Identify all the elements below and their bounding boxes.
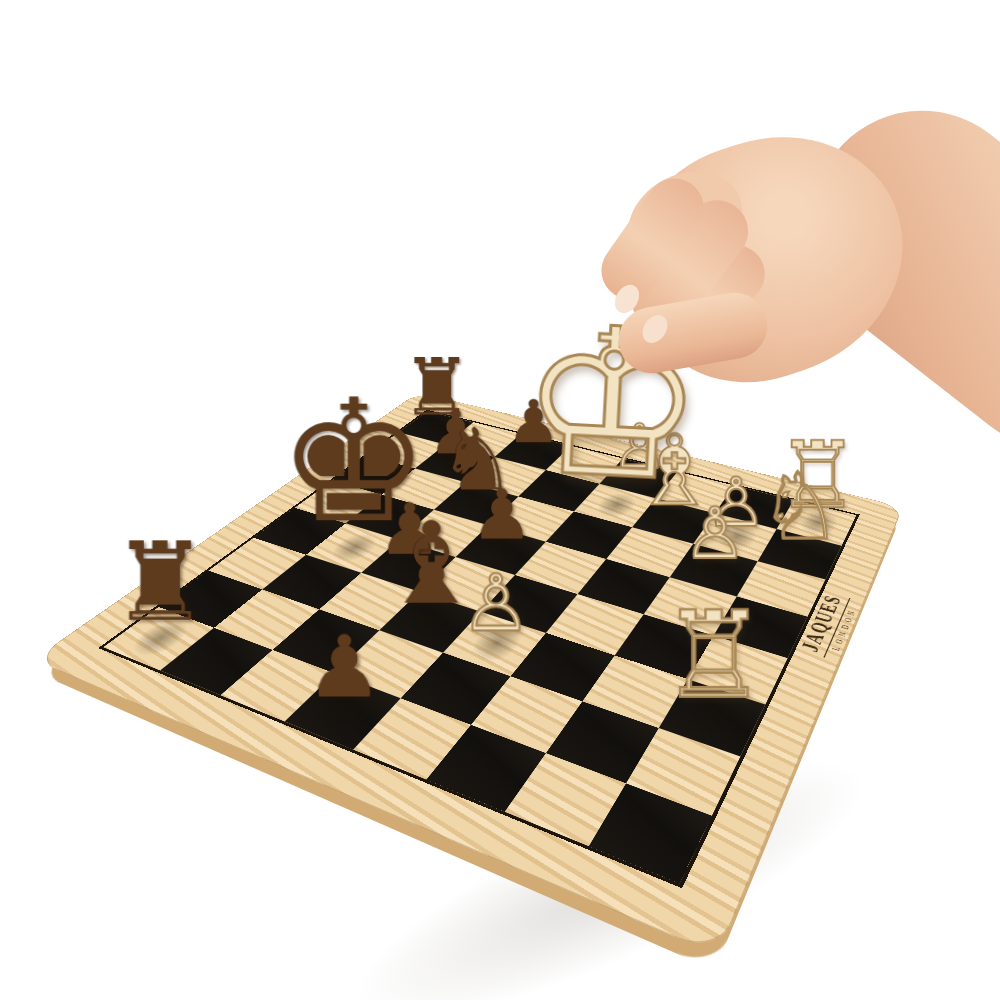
piece-bP-a5[interactable]: ♟ <box>305 624 382 710</box>
piece-wP-c4[interactable]: ♙ <box>460 564 531 643</box>
piece-wR-c1[interactable]: ♖ <box>659 596 767 716</box>
board-grid: ♜♜♚♟♟♞♟♟♝♟♙♙♗♙♙♖♘♖ <box>98 410 859 889</box>
piece-wN-g1[interactable]: ♘ <box>758 460 841 553</box>
piece-bR-a8[interactable]: ♜ <box>110 528 208 637</box>
photo-canvas: { "game": "chess", "scene_description": … <box>0 0 1000 1000</box>
board-square[interactable]: ♘ <box>758 529 842 579</box>
